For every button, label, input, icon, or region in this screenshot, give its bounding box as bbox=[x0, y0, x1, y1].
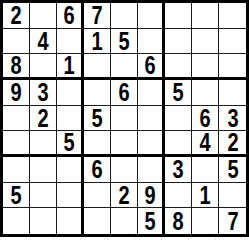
cell-r7c7[interactable]: 3 bbox=[165, 157, 192, 183]
given-digit: 1 bbox=[199, 183, 210, 208]
given-digit: 5 bbox=[91, 106, 102, 131]
given-digit: 8 bbox=[172, 209, 183, 234]
given-digit: 7 bbox=[91, 3, 102, 28]
cell-r1c9[interactable] bbox=[219, 3, 246, 29]
given-digit: 3 bbox=[37, 80, 48, 105]
cell-r3c2[interactable] bbox=[30, 54, 57, 80]
cell-r7c2[interactable] bbox=[30, 157, 57, 183]
cell-r7c3[interactable] bbox=[57, 157, 84, 183]
cell-r7c5[interactable] bbox=[111, 157, 138, 183]
given-digit: 6 bbox=[144, 54, 155, 78]
cell-r9c3[interactable] bbox=[57, 208, 84, 234]
cell-r2c1[interactable] bbox=[3, 29, 30, 55]
given-digit: 5 bbox=[172, 80, 183, 105]
given-digit: 7 bbox=[227, 209, 238, 234]
cell-r4c2[interactable]: 3 bbox=[30, 80, 57, 106]
cell-r9c7[interactable]: 8 bbox=[165, 208, 192, 234]
cell-r5c5[interactable] bbox=[111, 106, 138, 132]
cell-r2c2[interactable]: 4 bbox=[30, 29, 57, 55]
given-digit: 6 bbox=[63, 3, 74, 28]
cell-r3c7[interactable] bbox=[165, 54, 192, 80]
cell-r8c9[interactable] bbox=[219, 183, 246, 209]
given-digit: 8 bbox=[10, 54, 21, 78]
cell-r3c5[interactable] bbox=[111, 54, 138, 80]
cell-r1c7[interactable] bbox=[165, 3, 192, 29]
given-digit: 5 bbox=[118, 29, 129, 54]
cell-r7c6[interactable] bbox=[138, 157, 165, 183]
given-digit: 2 bbox=[227, 131, 238, 155]
cell-r3c1[interactable]: 8 bbox=[3, 54, 30, 80]
cell-r6c7[interactable] bbox=[165, 131, 192, 157]
given-digit: 3 bbox=[227, 106, 238, 131]
cell-r3c3[interactable]: 1 bbox=[57, 54, 84, 80]
cell-r8c1[interactable]: 5 bbox=[3, 183, 30, 209]
cell-r7c4[interactable]: 6 bbox=[84, 157, 111, 183]
given-digit: 9 bbox=[144, 183, 155, 208]
cell-r4c9[interactable] bbox=[219, 80, 246, 106]
given-digit: 5 bbox=[144, 209, 155, 234]
given-digit: 1 bbox=[63, 54, 74, 78]
cell-r4c3[interactable] bbox=[57, 80, 84, 106]
cell-r5c1[interactable] bbox=[3, 106, 30, 132]
cell-r9c1[interactable] bbox=[3, 208, 30, 234]
cell-r5c9[interactable]: 3 bbox=[219, 106, 246, 132]
cell-r6c2[interactable] bbox=[30, 131, 57, 157]
cell-r5c3[interactable] bbox=[57, 106, 84, 132]
cell-r7c8[interactable] bbox=[192, 157, 219, 183]
given-digit: 4 bbox=[199, 131, 210, 155]
cell-r8c4[interactable] bbox=[84, 183, 111, 209]
cell-r4c4[interactable] bbox=[84, 80, 111, 106]
cell-r6c1[interactable] bbox=[3, 131, 30, 157]
cell-r2c7[interactable] bbox=[165, 29, 192, 55]
cell-r7c1[interactable] bbox=[3, 157, 30, 183]
cell-r4c5[interactable]: 6 bbox=[111, 80, 138, 106]
cell-r9c4[interactable] bbox=[84, 208, 111, 234]
cell-r3c8[interactable] bbox=[192, 54, 219, 80]
cell-r1c3[interactable]: 6 bbox=[57, 3, 84, 29]
cell-r2c3[interactable] bbox=[57, 29, 84, 55]
cell-r9c6[interactable]: 5 bbox=[138, 208, 165, 234]
given-digit: 2 bbox=[118, 183, 129, 208]
cell-r5c2[interactable]: 2 bbox=[30, 106, 57, 132]
cell-r5c7[interactable] bbox=[165, 106, 192, 132]
given-digit: 2 bbox=[37, 106, 48, 131]
cell-r6c5[interactable] bbox=[111, 131, 138, 157]
cell-r8c6[interactable]: 9 bbox=[138, 183, 165, 209]
cell-r6c8[interactable]: 4 bbox=[192, 131, 219, 157]
given-digit: 5 bbox=[63, 131, 74, 155]
cell-r8c2[interactable] bbox=[30, 183, 57, 209]
cell-r6c9[interactable]: 2 bbox=[219, 131, 246, 157]
cell-r6c3[interactable]: 5 bbox=[57, 131, 84, 157]
cell-r6c4[interactable] bbox=[84, 131, 111, 157]
cell-r5c8[interactable]: 6 bbox=[192, 106, 219, 132]
cell-r2c5[interactable]: 5 bbox=[111, 29, 138, 55]
cell-r5c6[interactable] bbox=[138, 106, 165, 132]
cell-r4c8[interactable] bbox=[192, 80, 219, 106]
given-digit: 2 bbox=[10, 3, 21, 28]
given-digit: 3 bbox=[172, 157, 183, 182]
sudoku-board: 267415816936525635426355291587 bbox=[0, 0, 249, 237]
cell-r9c5[interactable] bbox=[111, 208, 138, 234]
cell-r2c4[interactable]: 1 bbox=[84, 29, 111, 55]
cell-r4c1[interactable]: 9 bbox=[3, 80, 30, 106]
given-digit: 6 bbox=[199, 106, 210, 131]
cell-r1c2[interactable] bbox=[30, 3, 57, 29]
cell-r5c4[interactable]: 5 bbox=[84, 106, 111, 132]
cell-r1c5[interactable] bbox=[111, 3, 138, 29]
given-digit: 5 bbox=[227, 157, 238, 182]
cell-r1c4[interactable]: 7 bbox=[84, 3, 111, 29]
cell-r1c8[interactable] bbox=[192, 3, 219, 29]
cell-r8c7[interactable] bbox=[165, 183, 192, 209]
cell-r3c4[interactable] bbox=[84, 54, 111, 80]
given-digit: 6 bbox=[91, 157, 102, 182]
given-digit: 9 bbox=[10, 80, 21, 105]
cell-r3c6[interactable]: 6 bbox=[138, 54, 165, 80]
cell-r7c9[interactable]: 5 bbox=[219, 157, 246, 183]
given-digit: 4 bbox=[37, 29, 48, 54]
cell-r9c9[interactable]: 7 bbox=[219, 208, 246, 234]
cell-r8c8[interactable]: 1 bbox=[192, 183, 219, 209]
cell-r2c6[interactable] bbox=[138, 29, 165, 55]
cell-r1c1[interactable]: 2 bbox=[3, 3, 30, 29]
cell-r6c6[interactable] bbox=[138, 131, 165, 157]
cell-r1c6[interactable] bbox=[138, 3, 165, 29]
cell-r4c7[interactable]: 5 bbox=[165, 80, 192, 106]
cell-r9c8[interactable] bbox=[192, 208, 219, 234]
cell-r8c5[interactable]: 2 bbox=[111, 183, 138, 209]
cell-r2c8[interactable] bbox=[192, 29, 219, 55]
given-digit: 6 bbox=[118, 80, 129, 105]
cell-r9c2[interactable] bbox=[30, 208, 57, 234]
given-digit: 1 bbox=[91, 29, 102, 54]
cell-r2c9[interactable] bbox=[219, 29, 246, 55]
cell-r3c9[interactable] bbox=[219, 54, 246, 80]
given-digit: 5 bbox=[10, 183, 21, 208]
cell-r4c6[interactable] bbox=[138, 80, 165, 106]
cell-r8c3[interactable] bbox=[57, 183, 84, 209]
